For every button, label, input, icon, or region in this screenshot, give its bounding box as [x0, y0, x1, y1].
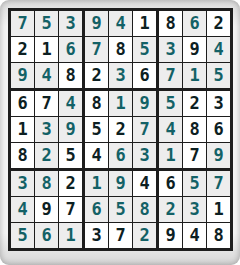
- cell-r3c8[interactable]: 1: [183, 63, 207, 91]
- cell-r4c2[interactable]: 7: [35, 91, 59, 117]
- cell-r5c2[interactable]: 3: [35, 117, 59, 143]
- cell-r2c6[interactable]: 5: [133, 37, 159, 63]
- cell-r6c5[interactable]: 6: [109, 143, 133, 171]
- cell-r8c4[interactable]: 6: [85, 197, 109, 223]
- cell-r9c7[interactable]: 9: [159, 223, 183, 248]
- cell-r5c3[interactable]: 9: [59, 117, 85, 143]
- cell-r4c3[interactable]: 4: [59, 91, 85, 117]
- cell-r9c6[interactable]: 2: [133, 223, 159, 248]
- cell-r6c6[interactable]: 3: [133, 143, 159, 171]
- cell-r6c9[interactable]: 9: [207, 143, 230, 171]
- cell-r1c2[interactable]: 5: [35, 11, 59, 37]
- cell-r8c6[interactable]: 8: [133, 197, 159, 223]
- cell-r8c7[interactable]: 2: [159, 197, 183, 223]
- cell-r1c7[interactable]: 8: [159, 11, 183, 37]
- cell-r9c4[interactable]: 3: [85, 223, 109, 248]
- cell-r4c7[interactable]: 5: [159, 91, 183, 117]
- cell-r6c4[interactable]: 4: [85, 143, 109, 171]
- sudoku-board: 7539418622167853949482367156748195231395…: [8, 8, 233, 251]
- cell-r1c4[interactable]: 9: [85, 11, 109, 37]
- cell-r4c6[interactable]: 9: [133, 91, 159, 117]
- cell-r5c8[interactable]: 8: [183, 117, 207, 143]
- cell-r1c5[interactable]: 4: [109, 11, 133, 37]
- cell-r3c1[interactable]: 9: [11, 63, 35, 91]
- cell-r2c3[interactable]: 6: [59, 37, 85, 63]
- cell-r5c4[interactable]: 5: [85, 117, 109, 143]
- cell-r6c3[interactable]: 5: [59, 143, 85, 171]
- cell-r6c2[interactable]: 2: [35, 143, 59, 171]
- cell-r7c1[interactable]: 3: [11, 171, 35, 197]
- cell-r1c1[interactable]: 7: [11, 11, 35, 37]
- cell-r3c4[interactable]: 2: [85, 63, 109, 91]
- cell-r2c2[interactable]: 1: [35, 37, 59, 63]
- cell-r1c9[interactable]: 2: [207, 11, 230, 37]
- cell-r3c6[interactable]: 6: [133, 63, 159, 91]
- cell-r6c7[interactable]: 1: [159, 143, 183, 171]
- cell-r2c8[interactable]: 9: [183, 37, 207, 63]
- cell-r2c4[interactable]: 7: [85, 37, 109, 63]
- cell-r4c9[interactable]: 3: [207, 91, 230, 117]
- cell-r5c1[interactable]: 1: [11, 117, 35, 143]
- cell-r7c8[interactable]: 5: [183, 171, 207, 197]
- cell-r1c8[interactable]: 6: [183, 11, 207, 37]
- cell-r5c6[interactable]: 7: [133, 117, 159, 143]
- cell-r7c2[interactable]: 8: [35, 171, 59, 197]
- cell-r7c3[interactable]: 2: [59, 171, 85, 197]
- cell-r4c5[interactable]: 1: [109, 91, 133, 117]
- cell-r1c3[interactable]: 3: [59, 11, 85, 37]
- cell-r4c1[interactable]: 6: [11, 91, 35, 117]
- cell-r7c9[interactable]: 7: [207, 171, 230, 197]
- cell-r8c5[interactable]: 5: [109, 197, 133, 223]
- cell-r9c1[interactable]: 5: [11, 223, 35, 248]
- cell-r3c7[interactable]: 7: [159, 63, 183, 91]
- cell-r9c3[interactable]: 1: [59, 223, 85, 248]
- cell-r7c6[interactable]: 4: [133, 171, 159, 197]
- window-frame: 7539418622167853949482367156748195231395…: [0, 0, 240, 265]
- cell-r6c1[interactable]: 8: [11, 143, 35, 171]
- cell-r7c4[interactable]: 1: [85, 171, 109, 197]
- cell-r2c1[interactable]: 2: [11, 37, 35, 63]
- cell-r5c7[interactable]: 4: [159, 117, 183, 143]
- cell-r7c5[interactable]: 9: [109, 171, 133, 197]
- cell-r8c2[interactable]: 9: [35, 197, 59, 223]
- cell-r8c3[interactable]: 7: [59, 197, 85, 223]
- cell-r4c8[interactable]: 2: [183, 91, 207, 117]
- cell-r7c7[interactable]: 6: [159, 171, 183, 197]
- cell-r2c7[interactable]: 3: [159, 37, 183, 63]
- cell-r9c5[interactable]: 7: [109, 223, 133, 248]
- cell-r6c8[interactable]: 7: [183, 143, 207, 171]
- cell-r9c8[interactable]: 4: [183, 223, 207, 248]
- cell-r5c5[interactable]: 2: [109, 117, 133, 143]
- cell-r5c9[interactable]: 6: [207, 117, 230, 143]
- cell-r3c3[interactable]: 8: [59, 63, 85, 91]
- cell-r2c5[interactable]: 8: [109, 37, 133, 63]
- cell-r3c9[interactable]: 5: [207, 63, 230, 91]
- cell-r3c5[interactable]: 3: [109, 63, 133, 91]
- cell-r2c9[interactable]: 4: [207, 37, 230, 63]
- cell-r3c2[interactable]: 4: [35, 63, 59, 91]
- cell-r9c9[interactable]: 8: [207, 223, 230, 248]
- cell-r8c9[interactable]: 1: [207, 197, 230, 223]
- cell-r1c6[interactable]: 1: [133, 11, 159, 37]
- cell-r9c2[interactable]: 6: [35, 223, 59, 248]
- cell-r8c8[interactable]: 3: [183, 197, 207, 223]
- cell-r4c4[interactable]: 8: [85, 91, 109, 117]
- cell-r8c1[interactable]: 4: [11, 197, 35, 223]
